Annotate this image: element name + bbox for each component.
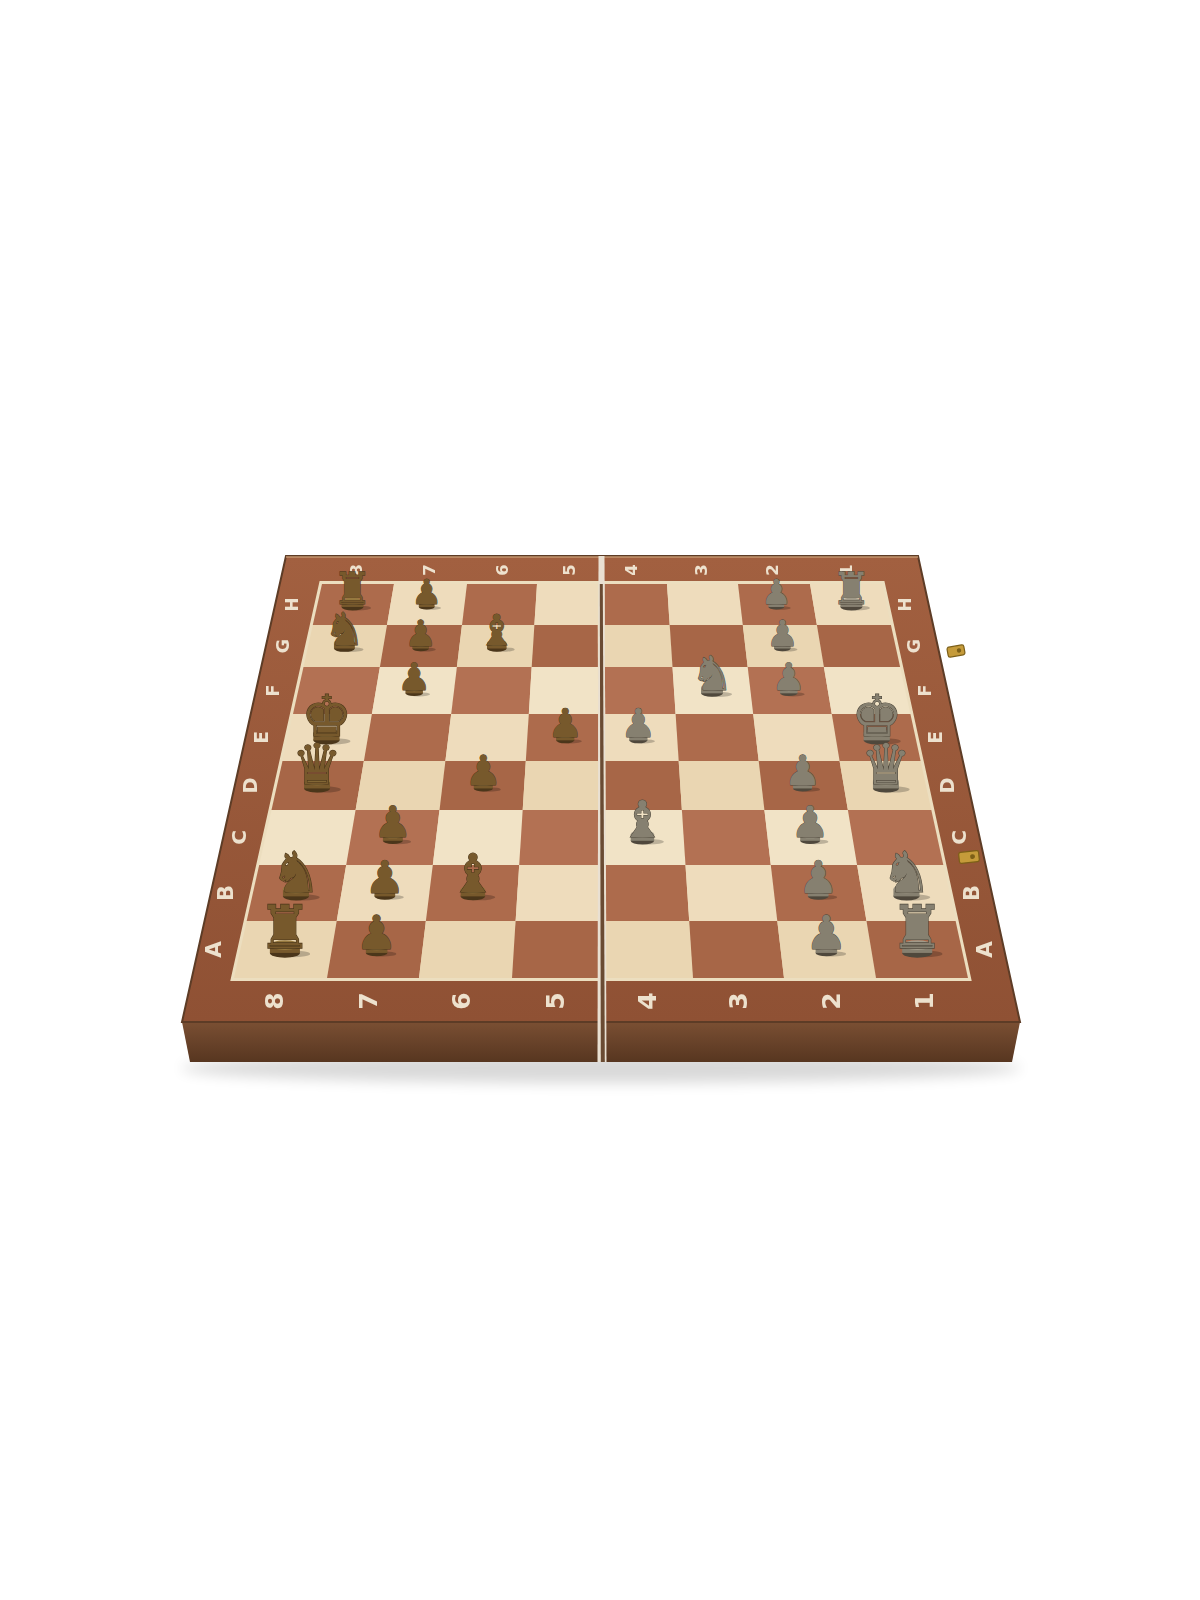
coord-left-G: G — [273, 639, 293, 653]
square-a4[interactable] — [606, 921, 693, 978]
square-e7[interactable] — [364, 714, 451, 761]
attendant-figurine-glyph: ♟ — [397, 655, 431, 699]
piece-silver-rook-a1[interactable]: ♜ — [890, 892, 944, 962]
piece-silver-pawn-f2[interactable]: ♟ — [772, 655, 806, 699]
coord-left-H: H — [282, 597, 302, 611]
square-d5[interactable] — [523, 761, 599, 810]
coord-right-D: D — [936, 777, 959, 793]
square-f6[interactable] — [451, 667, 532, 714]
piece-gold-knight-g8[interactable]: ♞ — [324, 603, 365, 656]
attendant-figurine-glyph: ♟ — [365, 851, 405, 904]
square-b5[interactable] — [516, 865, 600, 921]
coord-left-B: B — [214, 885, 238, 901]
piece-silver-pawn-d2[interactable]: ♟ — [784, 746, 821, 795]
attendant-figurine-glyph: ♟ — [766, 612, 798, 655]
coord-right-F: F — [914, 684, 935, 696]
piece-silver-pawn-g2[interactable]: ♟ — [766, 612, 798, 655]
coord-right-G: G — [904, 639, 924, 653]
square-b3[interactable] — [686, 865, 778, 921]
piece-gold-pawn-e5[interactable]: ♟ — [547, 700, 583, 746]
coord-left-D: D — [239, 777, 262, 793]
pharaoh-figure-glyph: ♛ — [861, 732, 912, 797]
attendant-figurine-glyph: ♟ — [373, 797, 412, 847]
piece-gold-bishop-b6[interactable]: ♝ — [449, 843, 497, 905]
obelisk-glyph: ♜ — [832, 563, 871, 614]
piece-gold-pawn-b7[interactable]: ♟ — [365, 851, 405, 904]
piece-gold-pawn-d6[interactable]: ♟ — [465, 746, 502, 795]
horus-falcon-glyph: ♞ — [324, 603, 365, 656]
bastet-cat-glyph: ♞ — [691, 646, 734, 701]
coord-bottom-5: 5 — [541, 992, 570, 1009]
square-g1[interactable] — [817, 625, 900, 667]
attendant-figurine-glyph: ♟ — [404, 612, 436, 655]
square-a3[interactable] — [689, 921, 784, 978]
piece-gold-pawn-f7[interactable]: ♟ — [397, 655, 431, 699]
coord-right-E: E — [925, 731, 946, 744]
square-b4[interactable] — [606, 865, 689, 921]
product-photo-chess-set: 8765432187654321HGFEDCBAHGFEDCBA♜♟♜♟♞♟♝♟… — [0, 0, 1200, 1600]
piece-gold-rook-a8[interactable]: ♜ — [258, 892, 312, 962]
coord-top-5: 5 — [560, 564, 579, 575]
piece-gold-bishop-g6[interactable]: ♝ — [478, 605, 516, 655]
coord-bottom-2: 2 — [817, 992, 846, 1009]
obelisk-glyph: ♜ — [890, 892, 944, 962]
coord-bottom-4: 4 — [633, 992, 662, 1009]
attendant-figurine-glyph: ♟ — [784, 746, 821, 795]
piece-silver-bishop-c4[interactable]: ♝ — [620, 790, 666, 849]
square-e3[interactable] — [676, 714, 759, 761]
coord-bottom-8: 8 — [260, 992, 289, 1009]
square-a6[interactable] — [419, 921, 516, 978]
obelisk-glyph: ♜ — [258, 892, 312, 962]
square-c3[interactable] — [682, 810, 771, 865]
square-c5[interactable] — [519, 810, 599, 865]
attendant-figurine-glyph: ♟ — [791, 797, 830, 847]
piece-gold-pawn-h7[interactable]: ♟ — [411, 572, 442, 612]
square-h4[interactable] — [605, 584, 670, 625]
coord-right-H: H — [895, 597, 915, 611]
piece-gold-pawn-a7[interactable]: ♟ — [356, 905, 398, 960]
clasp-icon-2 — [958, 850, 979, 863]
coord-right-B: B — [960, 885, 984, 901]
piece-silver-pawn-a2[interactable]: ♟ — [805, 905, 847, 960]
coord-top-3: 3 — [692, 564, 711, 575]
square-h3[interactable] — [667, 584, 743, 625]
coord-right-C: C — [947, 830, 971, 845]
piece-gold-pawn-c7[interactable]: ♟ — [373, 797, 412, 847]
piece-silver-pawn-e4[interactable]: ♟ — [621, 700, 657, 746]
piece-silver-rook-h1[interactable]: ♜ — [832, 563, 871, 614]
attendant-figurine-glyph: ♟ — [805, 905, 847, 960]
coord-bottom-7: 7 — [354, 992, 383, 1009]
piece-silver-pawn-b2[interactable]: ♟ — [798, 851, 838, 904]
piece-gold-pawn-g7[interactable]: ♟ — [404, 612, 436, 655]
pharaoh-figure-glyph: ♛ — [292, 732, 343, 797]
coord-left-A: A — [201, 941, 226, 958]
coord-right-A: A — [972, 941, 997, 958]
coord-left-E: E — [251, 731, 272, 744]
coord-left-C: C — [227, 830, 251, 845]
piece-gold-queen-d8[interactable]: ♛ — [292, 732, 343, 797]
anubis-figure-glyph: ♝ — [449, 843, 497, 905]
attendant-figurine-glyph: ♟ — [761, 572, 792, 612]
anubis-figure-glyph: ♝ — [620, 790, 666, 849]
square-a5[interactable] — [512, 921, 600, 978]
clasp-icon-1 — [947, 645, 965, 658]
attendant-figurine-glyph: ♟ — [621, 700, 657, 746]
attendant-figurine-glyph: ♟ — [356, 905, 398, 960]
coord-top-6: 6 — [493, 564, 512, 575]
piece-silver-pawn-h2[interactable]: ♟ — [761, 572, 792, 612]
piece-silver-pawn-c2[interactable]: ♟ — [791, 797, 830, 847]
attendant-figurine-glyph: ♟ — [411, 572, 442, 612]
coord-left-F: F — [262, 684, 283, 696]
piece-silver-knight-f3[interactable]: ♞ — [691, 646, 734, 701]
chess-board-photo: 8765432187654321HGFEDCBAHGFEDCBA♜♟♜♟♞♟♝♟… — [0, 0, 1200, 1600]
square-d3[interactable] — [679, 761, 765, 810]
square-g5[interactable] — [532, 625, 598, 667]
square-g4[interactable] — [605, 625, 673, 667]
attendant-figurine-glyph: ♟ — [547, 700, 583, 746]
attendant-figurine-glyph: ♟ — [772, 655, 806, 699]
coord-top-4: 4 — [622, 564, 641, 575]
attendant-figurine-glyph: ♟ — [465, 746, 502, 795]
attendant-figurine-glyph: ♟ — [798, 851, 838, 904]
piece-silver-queen-d1[interactable]: ♛ — [861, 732, 912, 797]
coord-bottom-1: 1 — [910, 992, 939, 1009]
square-h5[interactable] — [534, 584, 597, 625]
coord-bottom-6: 6 — [447, 992, 476, 1009]
anubis-figure-glyph: ♝ — [478, 605, 516, 655]
coord-bottom-3: 3 — [724, 992, 753, 1009]
